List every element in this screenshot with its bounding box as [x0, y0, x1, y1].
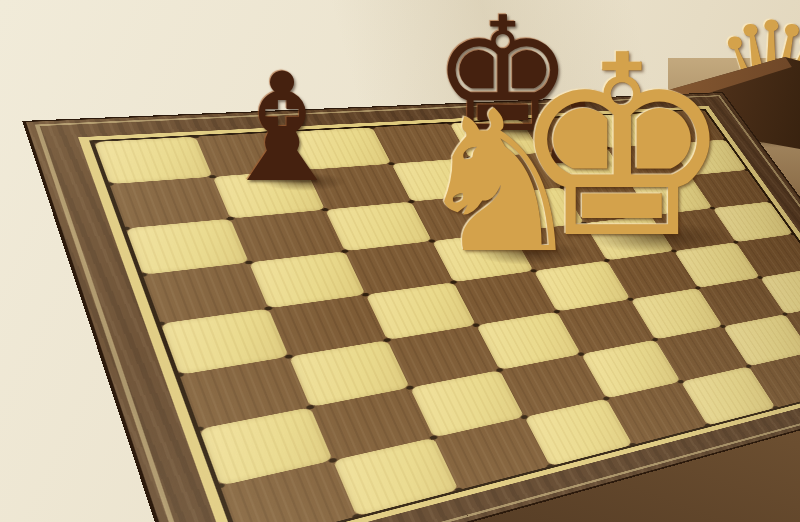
dark-bishop[interactable]: ♝ — [215, 53, 349, 203]
light-king[interactable]: ♚ — [510, 23, 734, 273]
chess-photo-scene: ♝♚♟♞♚♛ — [0, 0, 800, 522]
